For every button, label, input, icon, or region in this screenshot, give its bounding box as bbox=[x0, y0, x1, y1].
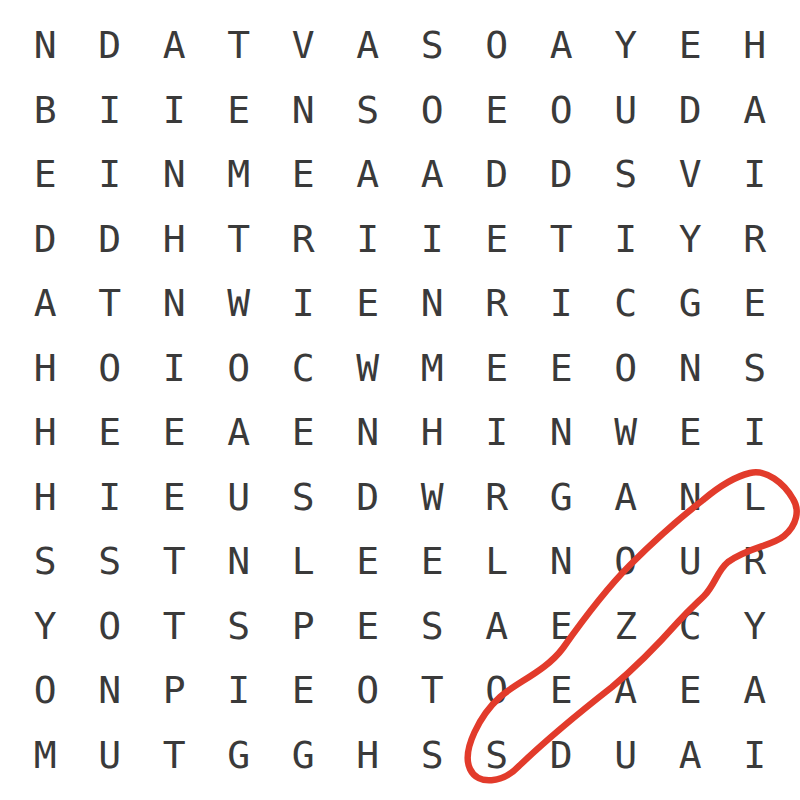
word-search-grid: NDATVASOAYEHBIIENSOEOUDAEINMEAADDSVIDDHT… bbox=[13, 13, 787, 787]
grid-cell[interactable]: N bbox=[142, 271, 207, 336]
grid-cell[interactable]: E bbox=[13, 142, 78, 207]
grid-cell[interactable]: E bbox=[336, 529, 401, 594]
grid-cell[interactable]: I bbox=[78, 465, 143, 530]
grid-cell[interactable]: T bbox=[529, 207, 594, 272]
grid-cell[interactable]: S bbox=[271, 465, 336, 530]
grid-cell[interactable]: L bbox=[271, 529, 336, 594]
grid-cell[interactable]: C bbox=[658, 594, 723, 659]
grid-cell[interactable]: E bbox=[723, 271, 788, 336]
grid-cell[interactable]: N bbox=[336, 400, 401, 465]
grid-cell[interactable]: A bbox=[723, 78, 788, 143]
grid-cell[interactable]: A bbox=[207, 400, 272, 465]
grid-cell[interactable]: S bbox=[400, 594, 465, 659]
grid-cell[interactable]: E bbox=[271, 142, 336, 207]
grid-cell[interactable]: A bbox=[594, 658, 659, 723]
grid-cell[interactable]: O bbox=[78, 336, 143, 401]
grid-cell[interactable]: A bbox=[142, 13, 207, 78]
grid-cell[interactable]: O bbox=[78, 594, 143, 659]
grid-cell[interactable]: U bbox=[594, 78, 659, 143]
grid-cell[interactable]: O bbox=[336, 658, 401, 723]
grid-cell[interactable]: E bbox=[142, 400, 207, 465]
grid-cell[interactable]: N bbox=[400, 271, 465, 336]
grid-cell[interactable]: W bbox=[594, 400, 659, 465]
grid-cell[interactable]: O bbox=[594, 529, 659, 594]
grid-cell[interactable]: D bbox=[78, 13, 143, 78]
grid-cell[interactable]: N bbox=[207, 529, 272, 594]
grid-cell[interactable]: R bbox=[271, 207, 336, 272]
grid-cell[interactable]: T bbox=[142, 723, 207, 788]
grid-cell[interactable]: O bbox=[594, 336, 659, 401]
grid-cell-circled[interactable]: Z bbox=[594, 594, 659, 659]
grid-cell[interactable]: M bbox=[13, 723, 78, 788]
grid-cell[interactable]: I bbox=[723, 723, 788, 788]
grid-cell[interactable]: A bbox=[723, 658, 788, 723]
grid-cell[interactable]: E bbox=[658, 400, 723, 465]
grid-cell[interactable]: I bbox=[78, 142, 143, 207]
grid-cell[interactable]: V bbox=[658, 142, 723, 207]
grid-cell[interactable]: A bbox=[400, 142, 465, 207]
grid-cell[interactable]: I bbox=[336, 207, 401, 272]
grid-cell[interactable]: E bbox=[658, 658, 723, 723]
grid-cell[interactable]: E bbox=[465, 207, 530, 272]
grid-cell[interactable]: W bbox=[336, 336, 401, 401]
grid-cell[interactable]: G bbox=[658, 271, 723, 336]
grid-cell[interactable]: H bbox=[13, 336, 78, 401]
grid-cell[interactable]: G bbox=[271, 723, 336, 788]
grid-cell[interactable]: W bbox=[207, 271, 272, 336]
grid-cell[interactable]: N bbox=[658, 336, 723, 401]
grid-cell[interactable]: E bbox=[336, 271, 401, 336]
grid-cell[interactable]: N bbox=[529, 529, 594, 594]
grid-cell[interactable]: H bbox=[142, 207, 207, 272]
grid-cell[interactable]: E bbox=[336, 594, 401, 659]
grid-cell[interactable]: I bbox=[723, 400, 788, 465]
grid-cell[interactable]: Y bbox=[13, 594, 78, 659]
grid-cell[interactable]: I bbox=[207, 658, 272, 723]
grid-cell[interactable]: S bbox=[594, 142, 659, 207]
grid-cell[interactable]: A bbox=[336, 142, 401, 207]
grid-cell-circled[interactable]: U bbox=[658, 529, 723, 594]
grid-cell[interactable]: B bbox=[13, 78, 78, 143]
grid-cell[interactable]: N bbox=[529, 400, 594, 465]
grid-cell[interactable]: N bbox=[658, 465, 723, 530]
grid-cell[interactable]: I bbox=[400, 207, 465, 272]
grid-cell[interactable]: A bbox=[13, 271, 78, 336]
grid-cell-circled[interactable]: S bbox=[465, 723, 530, 788]
grid-cell[interactable]: R bbox=[465, 465, 530, 530]
grid-cell[interactable]: N bbox=[13, 13, 78, 78]
grid-cell[interactable]: A bbox=[594, 465, 659, 530]
grid-cell[interactable]: I bbox=[142, 78, 207, 143]
grid-cell[interactable]: S bbox=[400, 723, 465, 788]
grid-cell[interactable]: E bbox=[529, 336, 594, 401]
grid-cell[interactable]: U bbox=[207, 465, 272, 530]
grid-cell[interactable]: M bbox=[400, 336, 465, 401]
grid-cell[interactable]: T bbox=[142, 594, 207, 659]
grid-cell[interactable]: E bbox=[271, 400, 336, 465]
grid-cell[interactable]: S bbox=[13, 529, 78, 594]
grid-cell[interactable]: O bbox=[529, 78, 594, 143]
grid-cell[interactable]: E bbox=[529, 594, 594, 659]
grid-cell[interactable]: D bbox=[658, 78, 723, 143]
grid-cell[interactable]: D bbox=[529, 142, 594, 207]
grid-cell[interactable]: W bbox=[400, 465, 465, 530]
word-search-puzzle: NDATVASOAYEHBIIENSOEOUDAEINMEAADDSVIDDHT… bbox=[0, 0, 800, 800]
grid-cell[interactable]: A bbox=[465, 594, 530, 659]
grid-cell[interactable]: L bbox=[465, 529, 530, 594]
grid-cell[interactable]: P bbox=[142, 658, 207, 723]
grid-cell[interactable]: C bbox=[594, 271, 659, 336]
grid-cell[interactable]: C bbox=[271, 336, 336, 401]
grid-cell[interactable]: T bbox=[207, 207, 272, 272]
grid-cell[interactable]: S bbox=[336, 78, 401, 143]
grid-cell[interactable]: N bbox=[142, 142, 207, 207]
grid-cell[interactable]: R bbox=[723, 529, 788, 594]
grid-cell[interactable]: S bbox=[78, 529, 143, 594]
grid-cell[interactable]: T bbox=[400, 658, 465, 723]
grid-cell[interactable]: V bbox=[271, 13, 336, 78]
grid-cell[interactable]: H bbox=[723, 13, 788, 78]
grid-cell[interactable]: O bbox=[465, 658, 530, 723]
grid-cell[interactable]: D bbox=[78, 207, 143, 272]
grid-cell[interactable]: R bbox=[723, 207, 788, 272]
grid-cell[interactable]: T bbox=[207, 13, 272, 78]
grid-cell[interactable]: O bbox=[465, 13, 530, 78]
grid-cell[interactable]: A bbox=[658, 723, 723, 788]
grid-cell[interactable]: E bbox=[142, 465, 207, 530]
grid-cell[interactable]: E bbox=[207, 78, 272, 143]
grid-cell[interactable]: I bbox=[723, 142, 788, 207]
grid-cell[interactable]: I bbox=[142, 336, 207, 401]
grid-cell[interactable]: Y bbox=[658, 207, 723, 272]
grid-cell[interactable]: H bbox=[13, 465, 78, 530]
grid-cell[interactable]: O bbox=[400, 78, 465, 143]
grid-cell[interactable]: S bbox=[723, 336, 788, 401]
grid-cell[interactable]: I bbox=[594, 207, 659, 272]
grid-cell[interactable]: I bbox=[529, 271, 594, 336]
grid-cell[interactable]: I bbox=[465, 400, 530, 465]
grid-cell[interactable]: E bbox=[271, 658, 336, 723]
grid-cell[interactable]: T bbox=[142, 529, 207, 594]
grid-cell[interactable]: S bbox=[400, 13, 465, 78]
grid-cell-circled[interactable]: E bbox=[529, 658, 594, 723]
grid-cell[interactable]: O bbox=[13, 658, 78, 723]
grid-cell[interactable]: D bbox=[336, 465, 401, 530]
grid-cell[interactable]: N bbox=[271, 78, 336, 143]
grid-cell[interactable]: D bbox=[13, 207, 78, 272]
grid-cell[interactable]: D bbox=[529, 723, 594, 788]
grid-cell[interactable]: Y bbox=[723, 594, 788, 659]
grid-cell[interactable]: N bbox=[78, 658, 143, 723]
grid-cell[interactable]: H bbox=[13, 400, 78, 465]
grid-cell[interactable]: I bbox=[78, 78, 143, 143]
grid-cell[interactable]: Y bbox=[594, 13, 659, 78]
grid-cell[interactable]: A bbox=[336, 13, 401, 78]
grid-cell[interactable]: S bbox=[207, 594, 272, 659]
grid-cell[interactable]: O bbox=[207, 336, 272, 401]
grid-cell[interactable]: U bbox=[78, 723, 143, 788]
grid-cell[interactable]: M bbox=[207, 142, 272, 207]
grid-cell[interactable]: H bbox=[336, 723, 401, 788]
grid-cell[interactable]: E bbox=[658, 13, 723, 78]
grid-cell[interactable]: P bbox=[271, 594, 336, 659]
grid-cell[interactable]: G bbox=[529, 465, 594, 530]
grid-cell[interactable]: E bbox=[465, 78, 530, 143]
grid-cell[interactable]: R bbox=[465, 271, 530, 336]
grid-cell[interactable]: U bbox=[594, 723, 659, 788]
grid-cell[interactable]: E bbox=[400, 529, 465, 594]
grid-cell[interactable]: D bbox=[465, 142, 530, 207]
grid-cell-circled[interactable]: L bbox=[723, 465, 788, 530]
grid-cell[interactable]: I bbox=[271, 271, 336, 336]
grid-cell[interactable]: E bbox=[78, 400, 143, 465]
grid-cell[interactable]: T bbox=[78, 271, 143, 336]
grid-cell[interactable]: H bbox=[400, 400, 465, 465]
grid-cell[interactable]: G bbox=[207, 723, 272, 788]
grid-cell[interactable]: A bbox=[529, 13, 594, 78]
grid-cell[interactable]: E bbox=[465, 336, 530, 401]
